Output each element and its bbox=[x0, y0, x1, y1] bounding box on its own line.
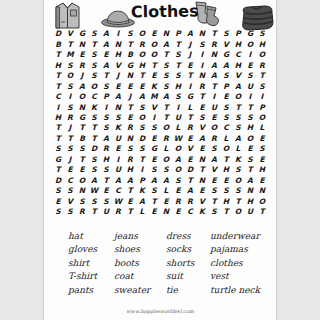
grid-cell-r15c6[interactable]: A bbox=[112, 175, 124, 185]
grid-cell-r1c14[interactable]: T bbox=[208, 29, 220, 39]
grid-cell-r8c6[interactable]: N bbox=[112, 102, 124, 112]
grid-cell-r5c14[interactable]: A bbox=[208, 71, 220, 81]
grid-cell-r2c14[interactable]: R bbox=[208, 39, 220, 49]
grid-cell-r6c10[interactable]: S bbox=[160, 81, 172, 91]
grid-cell-r3c16[interactable]: C bbox=[232, 50, 244, 60]
grid-cell-r7c16[interactable]: O bbox=[232, 92, 244, 102]
grid-cell-r8c7[interactable]: T bbox=[124, 102, 136, 112]
grid-cell-r5c3[interactable]: J bbox=[76, 71, 88, 81]
grid-cell-r6c4[interactable]: O bbox=[88, 81, 100, 91]
grid-cell-r12c5[interactable]: R bbox=[100, 144, 112, 154]
grid-cell-r9c1[interactable]: H bbox=[52, 113, 64, 123]
grid-cell-r12c6[interactable]: E bbox=[112, 144, 124, 154]
grid-cell-r4c11[interactable]: T bbox=[172, 60, 184, 70]
grid-cell-r15c14[interactable]: E bbox=[208, 175, 220, 185]
grid-cell-r6c6[interactable]: E bbox=[112, 81, 124, 91]
grid-cell-r3c1[interactable]: T bbox=[52, 50, 64, 60]
grid-cell-r5c10[interactable]: S bbox=[160, 71, 172, 81]
grid-cell-r12c13[interactable]: E bbox=[196, 144, 208, 154]
grid-cell-r10c15[interactable]: C bbox=[220, 123, 232, 133]
grid-cell-r11c11[interactable]: W bbox=[172, 133, 184, 143]
grid-cell-r12c2[interactable]: S bbox=[64, 144, 76, 154]
grid-cell-r12c1[interactable]: S bbox=[52, 144, 64, 154]
grid-cell-r10c2[interactable]: J bbox=[64, 123, 76, 133]
grid-cell-r2c16[interactable]: H bbox=[232, 39, 244, 49]
grid-cell-r16c8[interactable]: K bbox=[136, 186, 148, 196]
grid-cell-r16c6[interactable]: C bbox=[112, 186, 124, 196]
grid-cell-r18c9[interactable]: E bbox=[148, 207, 160, 217]
grid-cell-r2c18[interactable]: H bbox=[256, 39, 268, 49]
grid-cell-r17c8[interactable]: A bbox=[136, 196, 148, 206]
grid-cell-r5c9[interactable]: E bbox=[148, 71, 160, 81]
grid-cell-r17c9[interactable]: T bbox=[148, 196, 160, 206]
grid-cell-r16c1[interactable]: S bbox=[52, 186, 64, 196]
grid-cell-r15c17[interactable]: A bbox=[244, 175, 256, 185]
grid-cell-r1c11[interactable]: P bbox=[172, 29, 184, 39]
grid-cell-r6c14[interactable]: T bbox=[208, 81, 220, 91]
grid-cell-r4c15[interactable]: A bbox=[220, 60, 232, 70]
grid-cell-r4c5[interactable]: A bbox=[100, 60, 112, 70]
grid-cell-r9c12[interactable]: T bbox=[184, 113, 196, 123]
grid-cell-r13c18[interactable]: E bbox=[256, 154, 268, 164]
grid-cell-r7c15[interactable]: E bbox=[220, 92, 232, 102]
grid-cell-r16c3[interactable]: N bbox=[76, 186, 88, 196]
grid-cell-r4c16[interactable]: H bbox=[232, 60, 244, 70]
grid-cell-r11c6[interactable]: U bbox=[112, 133, 124, 143]
grid-cell-r16c12[interactable]: A bbox=[184, 186, 196, 196]
grid-cell-r12c11[interactable]: O bbox=[172, 144, 184, 154]
grid-cell-r12c16[interactable]: L bbox=[232, 144, 244, 154]
grid-cell-r16c10[interactable]: L bbox=[160, 186, 172, 196]
grid-cell-r3c2[interactable]: M bbox=[64, 50, 76, 60]
grid-cell-r13c9[interactable]: E bbox=[148, 154, 160, 164]
grid-cell-r1c6[interactable]: I bbox=[112, 29, 124, 39]
grid-cell-r10c8[interactable]: S bbox=[136, 123, 148, 133]
grid-cell-r16c7[interactable]: T bbox=[124, 186, 136, 196]
grid-cell-r11c9[interactable]: E bbox=[148, 133, 160, 143]
grid-cell-r17c10[interactable]: E bbox=[160, 196, 172, 206]
grid-cell-r3c17[interactable]: I bbox=[244, 50, 256, 60]
grid-cell-r18c13[interactable]: K bbox=[196, 207, 208, 217]
grid-cell-r16c16[interactable]: S bbox=[232, 186, 244, 196]
grid-cell-r1c5[interactable]: A bbox=[100, 29, 112, 39]
grid-cell-r14c16[interactable]: S bbox=[232, 165, 244, 175]
grid-cell-r6c12[interactable]: I bbox=[184, 81, 196, 91]
grid-cell-r3c18[interactable]: O bbox=[256, 50, 268, 60]
grid-cell-r11c12[interactable]: E bbox=[184, 133, 196, 143]
grid-cell-r9c13[interactable]: S bbox=[196, 113, 208, 123]
grid-cell-r15c8[interactable]: P bbox=[136, 175, 148, 185]
grid-cell-r3c3[interactable]: E bbox=[76, 50, 88, 60]
grid-cell-r7c9[interactable]: M bbox=[148, 92, 160, 102]
grid-cell-r1c10[interactable]: N bbox=[160, 29, 172, 39]
grid-cell-r11c1[interactable]: T bbox=[52, 133, 64, 143]
grid-cell-r11c3[interactable]: B bbox=[76, 133, 88, 143]
grid-cell-r17c6[interactable]: W bbox=[112, 196, 124, 206]
grid-cell-r3c6[interactable]: H bbox=[112, 50, 124, 60]
grid-cell-r16c2[interactable]: S bbox=[64, 186, 76, 196]
grid-cell-r15c9[interactable]: A bbox=[148, 175, 160, 185]
grid-cell-r4c4[interactable]: S bbox=[88, 60, 100, 70]
grid-cell-r7c3[interactable]: O bbox=[76, 92, 88, 102]
grid-cell-r2c3[interactable]: N bbox=[76, 39, 88, 49]
grid-cell-r7c6[interactable]: A bbox=[112, 92, 124, 102]
grid-cell-r15c1[interactable]: D bbox=[52, 175, 64, 185]
grid-cell-r2c4[interactable]: T bbox=[88, 39, 100, 49]
grid-cell-r17c5[interactable]: S bbox=[100, 196, 112, 206]
grid-cell-r10c18[interactable]: L bbox=[256, 123, 268, 133]
grid-cell-r12c3[interactable]: S bbox=[76, 144, 88, 154]
grid-cell-r8c3[interactable]: N bbox=[76, 102, 88, 112]
grid-cell-r17c3[interactable]: S bbox=[76, 196, 88, 206]
grid-cell-r10c5[interactable]: S bbox=[100, 123, 112, 133]
grid-cell-r5c18[interactable]: T bbox=[256, 71, 268, 81]
grid-cell-r8c8[interactable]: S bbox=[136, 102, 148, 112]
grid-cell-r2c11[interactable]: T bbox=[172, 39, 184, 49]
grid-cell-r6c8[interactable]: E bbox=[136, 81, 148, 91]
grid-cell-r5c5[interactable]: T bbox=[100, 71, 112, 81]
grid-cell-r2c12[interactable]: J bbox=[184, 39, 196, 49]
grid-cell-r18c17[interactable]: U bbox=[244, 207, 256, 217]
grid-cell-r14c1[interactable]: T bbox=[52, 165, 64, 175]
grid-cell-r18c6[interactable]: R bbox=[112, 207, 124, 217]
grid-cell-r18c1[interactable]: S bbox=[52, 207, 64, 217]
grid-cell-r8c9[interactable]: V bbox=[148, 102, 160, 112]
grid-cell-r15c4[interactable]: A bbox=[88, 175, 100, 185]
grid-cell-r9c9[interactable]: I bbox=[148, 113, 160, 123]
grid-cell-r13c17[interactable]: S bbox=[244, 154, 256, 164]
grid-cell-r4c1[interactable]: H bbox=[52, 60, 64, 70]
grid-cell-r12c8[interactable]: S bbox=[136, 144, 148, 154]
grid-cell-r8c13[interactable]: E bbox=[196, 102, 208, 112]
grid-cell-r3c9[interactable]: O bbox=[148, 50, 160, 60]
grid-cell-r3c12[interactable]: J bbox=[184, 50, 196, 60]
grid-cell-r11c13[interactable]: A bbox=[196, 133, 208, 143]
grid-cell-r17c12[interactable]: R bbox=[184, 196, 196, 206]
grid-cell-r8c10[interactable]: T bbox=[160, 102, 172, 112]
grid-cell-r3c8[interactable]: O bbox=[136, 50, 148, 60]
grid-cell-r14c6[interactable]: U bbox=[112, 165, 124, 175]
grid-cell-r13c5[interactable]: H bbox=[100, 154, 112, 164]
grid-cell-r6c16[interactable]: A bbox=[232, 81, 244, 91]
grid-cell-r15c11[interactable]: S bbox=[172, 175, 184, 185]
grid-cell-r6c13[interactable]: R bbox=[196, 81, 208, 91]
grid-cell-r14c12[interactable]: D bbox=[184, 165, 196, 175]
grid-cell-r2c17[interactable]: O bbox=[244, 39, 256, 49]
grid-cell-r3c11[interactable]: S bbox=[172, 50, 184, 60]
grid-cell-r7c7[interactable]: J bbox=[124, 92, 136, 102]
grid-cell-r1c8[interactable]: O bbox=[136, 29, 148, 39]
grid-cell-r1c12[interactable]: A bbox=[184, 29, 196, 39]
grid-cell-r7c2[interactable]: I bbox=[64, 92, 76, 102]
grid-cell-r17c11[interactable]: R bbox=[172, 196, 184, 206]
grid-cell-r4c9[interactable]: T bbox=[148, 60, 160, 70]
grid-cell-r7c1[interactable]: C bbox=[52, 92, 64, 102]
grid-cell-r12c18[interactable]: S bbox=[256, 144, 268, 154]
grid-cell-r11c5[interactable]: A bbox=[100, 133, 112, 143]
grid-cell-r6c18[interactable]: S bbox=[256, 81, 268, 91]
grid-cell-r14c14[interactable]: V bbox=[208, 165, 220, 175]
grid-cell-r6c2[interactable]: S bbox=[64, 81, 76, 91]
grid-cell-r9c4[interactable]: S bbox=[88, 113, 100, 123]
grid-cell-r11c7[interactable]: N bbox=[124, 133, 136, 143]
grid-cell-r17c1[interactable]: E bbox=[52, 196, 64, 206]
grid-cell-r3c14[interactable]: N bbox=[208, 50, 220, 60]
grid-cell-r1c4[interactable]: S bbox=[88, 29, 100, 39]
grid-cell-r12c10[interactable]: L bbox=[160, 144, 172, 154]
grid-cell-r5c11[interactable]: S bbox=[172, 71, 184, 81]
grid-cell-r7c17[interactable]: I bbox=[244, 92, 256, 102]
grid-cell-r13c1[interactable]: G bbox=[52, 154, 64, 164]
grid-cell-r16c5[interactable]: E bbox=[100, 186, 112, 196]
grid-cell-r10c12[interactable]: R bbox=[184, 123, 196, 133]
grid-cell-r11c14[interactable]: R bbox=[208, 133, 220, 143]
grid-cell-r18c7[interactable]: T bbox=[124, 207, 136, 217]
grid-cell-r2c6[interactable]: N bbox=[112, 39, 124, 49]
grid-cell-r13c14[interactable]: A bbox=[208, 154, 220, 164]
grid-cell-r18c15[interactable]: T bbox=[220, 207, 232, 217]
grid-cell-r13c2[interactable]: J bbox=[64, 154, 76, 164]
grid-cell-r9c3[interactable]: G bbox=[76, 113, 88, 123]
grid-cell-r10c13[interactable]: V bbox=[196, 123, 208, 133]
grid-cell-r14c4[interactable]: S bbox=[88, 165, 100, 175]
grid-cell-r9c14[interactable]: E bbox=[208, 113, 220, 123]
grid-cell-r18c11[interactable]: E bbox=[172, 207, 184, 217]
grid-cell-r16c9[interactable]: S bbox=[148, 186, 160, 196]
grid-cell-r15c16[interactable]: O bbox=[232, 175, 244, 185]
grid-cell-r12c9[interactable]: G bbox=[148, 144, 160, 154]
grid-cell-r18c18[interactable]: T bbox=[256, 207, 268, 217]
grid-cell-r3c5[interactable]: E bbox=[100, 50, 112, 60]
grid-cell-r15c15[interactable]: E bbox=[220, 175, 232, 185]
grid-cell-r1c17[interactable]: G bbox=[244, 29, 256, 39]
grid-cell-r15c12[interactable]: T bbox=[184, 175, 196, 185]
grid-cell-r17c2[interactable]: V bbox=[64, 196, 76, 206]
grid-cell-r4c10[interactable]: S bbox=[160, 60, 172, 70]
grid-cell-r9c10[interactable]: T bbox=[160, 113, 172, 123]
grid-cell-r14c18[interactable]: H bbox=[256, 165, 268, 175]
grid-cell-r16c11[interactable]: E bbox=[172, 186, 184, 196]
grid-cell-r17c7[interactable]: E bbox=[124, 196, 136, 206]
grid-cell-r8c17[interactable]: T bbox=[244, 102, 256, 112]
grid-cell-r13c7[interactable]: R bbox=[124, 154, 136, 164]
grid-cell-r18c4[interactable]: T bbox=[88, 207, 100, 217]
grid-cell-r8c15[interactable]: S bbox=[220, 102, 232, 112]
grid-cell-r11c2[interactable]: T bbox=[64, 133, 76, 143]
grid-cell-r12c7[interactable]: S bbox=[124, 144, 136, 154]
grid-cell-r18c5[interactable]: U bbox=[100, 207, 112, 217]
grid-cell-r15c2[interactable]: C bbox=[64, 175, 76, 185]
grid-cell-r7c11[interactable]: S bbox=[172, 92, 184, 102]
grid-cell-r1c7[interactable]: S bbox=[124, 29, 136, 39]
grid-cell-r16c17[interactable]: N bbox=[244, 186, 256, 196]
grid-cell-r8c11[interactable]: I bbox=[172, 102, 184, 112]
grid-cell-r5c13[interactable]: N bbox=[196, 71, 208, 81]
grid-cell-r5c4[interactable]: S bbox=[88, 71, 100, 81]
grid-cell-r12c14[interactable]: S bbox=[208, 144, 220, 154]
grid-cell-r5c12[interactable]: T bbox=[184, 71, 196, 81]
grid-cell-r18c14[interactable]: S bbox=[208, 207, 220, 217]
grid-cell-r7c12[interactable]: G bbox=[184, 92, 196, 102]
grid-cell-r2c5[interactable]: A bbox=[100, 39, 112, 49]
grid-cell-r9c18[interactable]: O bbox=[256, 113, 268, 123]
grid-cell-r2c9[interactable]: O bbox=[148, 39, 160, 49]
grid-cell-r6c1[interactable]: T bbox=[52, 81, 64, 91]
grid-cell-r18c2[interactable]: S bbox=[64, 207, 76, 217]
grid-cell-r8c2[interactable]: S bbox=[64, 102, 76, 112]
grid-cell-r8c4[interactable]: K bbox=[88, 102, 100, 112]
grid-cell-r9c7[interactable]: E bbox=[124, 113, 136, 123]
grid-cell-r18c16[interactable]: O bbox=[232, 207, 244, 217]
grid-cell-r10c6[interactable]: K bbox=[112, 123, 124, 133]
grid-cell-r4c13[interactable]: I bbox=[196, 60, 208, 70]
grid-cell-r6c5[interactable]: S bbox=[100, 81, 112, 91]
grid-cell-r18c3[interactable]: R bbox=[76, 207, 88, 217]
grid-cell-r9c17[interactable]: S bbox=[244, 113, 256, 123]
grid-cell-r15c3[interactable]: O bbox=[76, 175, 88, 185]
grid-cell-r5c16[interactable]: V bbox=[232, 71, 244, 81]
grid-cell-r15c18[interactable]: E bbox=[256, 175, 268, 185]
grid-cell-r9c16[interactable]: S bbox=[232, 113, 244, 123]
grid-cell-r4c18[interactable]: R bbox=[256, 60, 268, 70]
grid-cell-r2c7[interactable]: T bbox=[124, 39, 136, 49]
grid-cell-r4c17[interactable]: E bbox=[244, 60, 256, 70]
grid-cell-r7c10[interactable]: A bbox=[160, 92, 172, 102]
grid-cell-r2c10[interactable]: A bbox=[160, 39, 172, 49]
grid-cell-r10c16[interactable]: S bbox=[232, 123, 244, 133]
grid-cell-r13c12[interactable]: E bbox=[184, 154, 196, 164]
grid-cell-r16c14[interactable]: S bbox=[208, 186, 220, 196]
grid-cell-r14c3[interactable]: E bbox=[76, 165, 88, 175]
grid-cell-r14c11[interactable]: O bbox=[172, 165, 184, 175]
grid-cell-r5c17[interactable]: S bbox=[244, 71, 256, 81]
grid-cell-r10c7[interactable]: R bbox=[124, 123, 136, 133]
grid-cell-r15c5[interactable]: T bbox=[100, 175, 112, 185]
grid-cell-r1c2[interactable]: V bbox=[64, 29, 76, 39]
grid-cell-r13c13[interactable]: N bbox=[196, 154, 208, 164]
grid-cell-r11c10[interactable]: R bbox=[160, 133, 172, 143]
grid-cell-r2c2[interactable]: T bbox=[64, 39, 76, 49]
grid-cell-r2c8[interactable]: R bbox=[136, 39, 148, 49]
grid-cell-r10c4[interactable]: T bbox=[88, 123, 100, 133]
grid-cell-r4c12[interactable]: E bbox=[184, 60, 196, 70]
grid-cell-r10c11[interactable]: L bbox=[172, 123, 184, 133]
grid-cell-r11c8[interactable]: D bbox=[136, 133, 148, 143]
grid-cell-r8c18[interactable]: P bbox=[256, 102, 268, 112]
grid-cell-r17c13[interactable]: V bbox=[196, 196, 208, 206]
grid-cell-r4c3[interactable]: R bbox=[76, 60, 88, 70]
grid-cell-r14c17[interactable]: T bbox=[244, 165, 256, 175]
grid-cell-r12c15[interactable]: O bbox=[220, 144, 232, 154]
grid-cell-r6c3[interactable]: A bbox=[76, 81, 88, 91]
grid-cell-r13c4[interactable]: S bbox=[88, 154, 100, 164]
grid-cell-r1c1[interactable]: D bbox=[52, 29, 64, 39]
grid-cell-r7c13[interactable]: T bbox=[196, 92, 208, 102]
grid-cell-r13c15[interactable]: T bbox=[220, 154, 232, 164]
grid-cell-r14c7[interactable]: H bbox=[124, 165, 136, 175]
grid-cell-r6c15[interactable]: P bbox=[220, 81, 232, 91]
grid-cell-r13c16[interactable]: K bbox=[232, 154, 244, 164]
grid-cell-r6c11[interactable]: H bbox=[172, 81, 184, 91]
grid-cell-r17c4[interactable]: S bbox=[88, 196, 100, 206]
grid-cell-r6c17[interactable]: U bbox=[244, 81, 256, 91]
grid-cell-r5c1[interactable]: T bbox=[52, 71, 64, 81]
grid-cell-r14c8[interactable]: I bbox=[136, 165, 148, 175]
grid-cell-r11c17[interactable]: O bbox=[244, 133, 256, 143]
grid-cell-r14c9[interactable]: S bbox=[148, 165, 160, 175]
grid-cell-r18c12[interactable]: C bbox=[184, 207, 196, 217]
grid-cell-r4c2[interactable]: S bbox=[64, 60, 76, 70]
grid-cell-r16c18[interactable]: N bbox=[256, 186, 268, 196]
grid-cell-r13c3[interactable]: T bbox=[76, 154, 88, 164]
grid-cell-r2c15[interactable]: V bbox=[220, 39, 232, 49]
grid-cell-r1c15[interactable]: S bbox=[220, 29, 232, 39]
grid-cell-r10c14[interactable]: O bbox=[208, 123, 220, 133]
grid-cell-r5c8[interactable]: T bbox=[136, 71, 148, 81]
grid-cell-r3c15[interactable]: G bbox=[220, 50, 232, 60]
grid-cell-r5c7[interactable]: N bbox=[124, 71, 136, 81]
grid-cell-r7c5[interactable]: P bbox=[100, 92, 112, 102]
grid-cell-r4c14[interactable]: A bbox=[208, 60, 220, 70]
grid-cell-r13c10[interactable]: O bbox=[160, 154, 172, 164]
grid-cell-r6c9[interactable]: K bbox=[148, 81, 160, 91]
grid-cell-r17c14[interactable]: T bbox=[208, 196, 220, 206]
grid-cell-r10c1[interactable]: T bbox=[52, 123, 64, 133]
grid-cell-r15c13[interactable]: N bbox=[196, 175, 208, 185]
grid-cell-r12c4[interactable]: D bbox=[88, 144, 100, 154]
grid-cell-r16c4[interactable]: W bbox=[88, 186, 100, 196]
grid-cell-r2c1[interactable]: B bbox=[52, 39, 64, 49]
grid-cell-r10c9[interactable]: S bbox=[148, 123, 160, 133]
grid-cell-r3c10[interactable]: T bbox=[160, 50, 172, 60]
grid-cell-r16c15[interactable]: S bbox=[220, 186, 232, 196]
grid-cell-r9c6[interactable]: S bbox=[112, 113, 124, 123]
grid-cell-r9c15[interactable]: S bbox=[220, 113, 232, 123]
grid-cell-r6c7[interactable]: E bbox=[124, 81, 136, 91]
grid-cell-r18c10[interactable]: N bbox=[160, 207, 172, 217]
grid-cell-r11c16[interactable]: A bbox=[232, 133, 244, 143]
grid-cell-r15c7[interactable]: A bbox=[124, 175, 136, 185]
grid-cell-r11c4[interactable]: T bbox=[88, 133, 100, 143]
grid-cell-r14c5[interactable]: S bbox=[100, 165, 112, 175]
grid-cell-r5c6[interactable]: J bbox=[112, 71, 124, 81]
grid-cell-r17c16[interactable]: T bbox=[232, 196, 244, 206]
grid-cell-r8c5[interactable]: I bbox=[100, 102, 112, 112]
grid-cell-r10c10[interactable]: O bbox=[160, 123, 172, 133]
grid-cell-r3c13[interactable]: I bbox=[196, 50, 208, 60]
grid-cell-r8c12[interactable]: L bbox=[184, 102, 196, 112]
grid-cell-r12c17[interactable]: E bbox=[244, 144, 256, 154]
grid-cell-r5c2[interactable]: O bbox=[64, 71, 76, 81]
grid-cell-r9c11[interactable]: U bbox=[172, 113, 184, 123]
grid-cell-r7c18[interactable]: I bbox=[256, 92, 268, 102]
grid-cell-r5c15[interactable]: S bbox=[220, 71, 232, 81]
grid-cell-r10c17[interactable]: H bbox=[244, 123, 256, 133]
grid-cell-r17c15[interactable]: H bbox=[220, 196, 232, 206]
grid-cell-r17c17[interactable]: H bbox=[244, 196, 256, 206]
grid-cell-r11c18[interactable]: E bbox=[256, 133, 268, 143]
grid-cell-r16c13[interactable]: E bbox=[196, 186, 208, 196]
grid-cell-r14c10[interactable]: S bbox=[160, 165, 172, 175]
grid-cell-r10c3[interactable]: T bbox=[76, 123, 88, 133]
grid-cell-r1c18[interactable]: S bbox=[256, 29, 268, 39]
grid-cell-r8c1[interactable]: I bbox=[52, 102, 64, 112]
grid-cell-r18c8[interactable]: L bbox=[136, 207, 148, 217]
grid-cell-r13c8[interactable]: T bbox=[136, 154, 148, 164]
grid-cell-r7c14[interactable]: I bbox=[208, 92, 220, 102]
grid-cell-r14c2[interactable]: E bbox=[64, 165, 76, 175]
grid-cell-r2c13[interactable]: S bbox=[196, 39, 208, 49]
